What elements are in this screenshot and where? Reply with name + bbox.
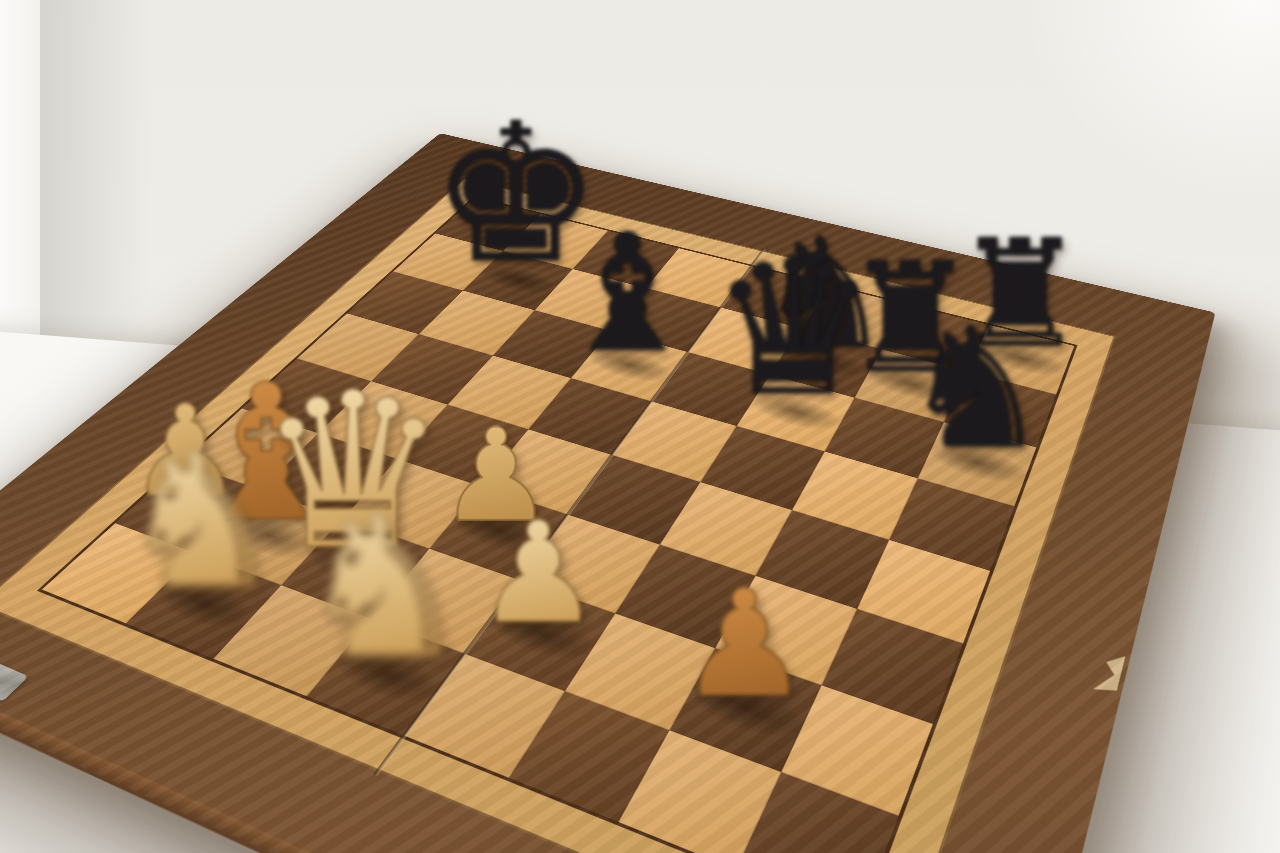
board-square <box>463 250 573 310</box>
board-square <box>736 374 854 451</box>
white-p-glyph: ♟ <box>585 577 903 712</box>
board-square <box>688 307 800 374</box>
board-square <box>721 266 827 328</box>
board-square <box>436 197 541 250</box>
clasp-latch <box>0 652 29 701</box>
board-square <box>493 310 610 378</box>
board-square <box>393 233 503 290</box>
black-n-glyph: ♞ <box>845 312 1108 465</box>
frame-crack <box>1088 647 1125 696</box>
photo-scene: ♜♚♞♜♝♛♞♟♟♝♛♟♟♞♞ <box>0 0 1280 853</box>
board-square <box>652 352 770 425</box>
board-square <box>646 248 752 307</box>
board-square <box>419 290 535 355</box>
board-square <box>503 214 608 269</box>
board-square <box>610 287 721 351</box>
board-square <box>571 330 688 400</box>
board-square <box>573 230 679 287</box>
board-square <box>347 271 462 333</box>
chess-board: ♜♚♞♜♝♛♞♟♟♝♛♟♟♞♞ <box>0 133 1215 853</box>
board-square <box>535 268 646 330</box>
white-n-glyph: ♞ <box>228 498 539 679</box>
wall-bright-patch <box>1020 0 1280 200</box>
